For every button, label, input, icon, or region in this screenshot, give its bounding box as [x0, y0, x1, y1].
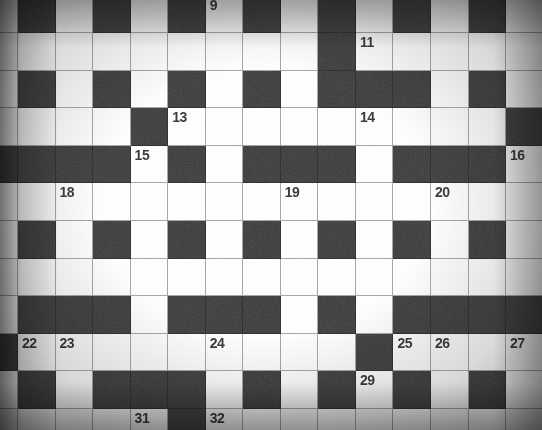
cell-r10c3 — [93, 371, 131, 409]
cell-r11c1[interactable] — [18, 409, 56, 430]
cell-r9c11[interactable]: 25 — [393, 334, 431, 372]
cell-r5c3[interactable] — [93, 183, 131, 221]
cell-r8c7 — [243, 296, 281, 334]
cell-r4c10[interactable] — [356, 146, 394, 184]
cell-r11c13[interactable] — [469, 409, 507, 430]
cell-r9c10 — [356, 334, 394, 372]
cell-r7c12[interactable] — [431, 259, 469, 297]
cell-r7c8[interactable] — [281, 259, 319, 297]
cell-r4c5 — [168, 146, 206, 184]
clue-number: 25 — [397, 336, 412, 351]
cell-r0c5 — [168, 0, 206, 33]
cell-r0c11 — [393, 0, 431, 33]
clue-number: 32 — [210, 411, 225, 426]
cell-r3c5[interactable]: 13 — [168, 108, 206, 146]
cell-r4c12 — [431, 146, 469, 184]
cell-r5c14[interactable] — [506, 183, 542, 221]
cell-r1c3[interactable] — [93, 33, 131, 71]
cell-r0c4[interactable] — [131, 0, 169, 33]
cell-r1c1[interactable] — [18, 33, 56, 71]
cell-r7c4[interactable] — [131, 259, 169, 297]
clue-number: 16 — [510, 148, 525, 163]
cell-r7c7[interactable] — [243, 259, 281, 297]
cell-r11c9[interactable] — [318, 409, 356, 430]
cell-r1c0[interactable] — [0, 33, 18, 71]
cell-r7c3[interactable] — [93, 259, 131, 297]
cell-r4c13 — [469, 146, 507, 184]
cell-r9c4[interactable] — [131, 334, 169, 372]
cell-r8c1 — [18, 296, 56, 334]
cell-r10c5 — [168, 371, 206, 409]
cell-r7c10[interactable] — [356, 259, 394, 297]
cell-r3c6[interactable] — [206, 108, 244, 146]
cell-r6c3 — [93, 221, 131, 259]
cell-r6c8[interactable] — [281, 221, 319, 259]
clue-number: 31 — [135, 411, 150, 426]
clue-number: 23 — [60, 336, 75, 351]
cell-r4c3 — [93, 146, 131, 184]
cell-r5c5[interactable] — [168, 183, 206, 221]
cell-r10c11 — [393, 371, 431, 409]
cell-r8c2 — [56, 296, 94, 334]
cell-r2c7 — [243, 71, 281, 109]
cell-r3c3[interactable] — [93, 108, 131, 146]
cell-r2c0[interactable] — [0, 71, 18, 109]
clue-number: 19 — [285, 185, 300, 200]
cell-r8c14 — [506, 296, 542, 334]
cell-r4c1 — [18, 146, 56, 184]
cell-r5c13[interactable] — [469, 183, 507, 221]
cell-r1c13[interactable] — [469, 33, 507, 71]
clue-number: 11 — [360, 35, 374, 50]
cell-r10c8[interactable] — [281, 371, 319, 409]
cell-r2c3 — [93, 71, 131, 109]
cell-r10c7 — [243, 371, 281, 409]
cell-r3c14 — [506, 108, 542, 146]
cell-r8c3 — [93, 296, 131, 334]
cell-r7c5[interactable] — [168, 259, 206, 297]
clue-number: 9 — [210, 0, 217, 13]
cell-r1c11[interactable] — [393, 33, 431, 71]
cell-r10c6[interactable] — [206, 371, 244, 409]
cell-r3c13[interactable] — [469, 108, 507, 146]
cell-r11c4[interactable]: 31 — [131, 409, 169, 430]
cell-r0c6[interactable]: 9 — [206, 0, 244, 33]
cell-r6c13 — [469, 221, 507, 259]
cell-r0c10[interactable] — [356, 0, 394, 33]
cell-r6c5 — [168, 221, 206, 259]
cell-r8c6 — [206, 296, 244, 334]
cell-r10c0[interactable] — [0, 371, 18, 409]
cell-r0c7 — [243, 0, 281, 33]
cell-r11c10[interactable] — [356, 409, 394, 430]
cell-r9c8[interactable] — [281, 334, 319, 372]
cell-r2c14[interactable] — [506, 71, 542, 109]
cell-r10c14[interactable] — [506, 371, 542, 409]
cell-r9c1[interactable]: 22 — [18, 334, 56, 372]
cell-r2c11 — [393, 71, 431, 109]
cell-r0c12[interactable] — [431, 0, 469, 33]
cell-r10c1 — [18, 371, 56, 409]
cell-r3c11[interactable] — [393, 108, 431, 146]
cell-r4c4[interactable]: 15 — [131, 146, 169, 184]
cell-r1c2[interactable] — [56, 33, 94, 71]
cell-r0c8[interactable] — [281, 0, 319, 33]
cell-r7c11[interactable] — [393, 259, 431, 297]
cell-r11c3[interactable] — [93, 409, 131, 430]
cell-r4c11 — [393, 146, 431, 184]
cell-r1c6[interactable] — [206, 33, 244, 71]
cell-r11c5 — [168, 409, 206, 430]
cell-r0c3 — [93, 0, 131, 33]
clue-number: 18 — [60, 185, 75, 200]
cell-r1c7[interactable] — [243, 33, 281, 71]
cell-r6c12[interactable] — [431, 221, 469, 259]
cell-r1c10[interactable]: 11 — [356, 33, 394, 71]
cell-r9c14[interactable]: 27 — [506, 334, 542, 372]
cell-r2c8[interactable] — [281, 71, 319, 109]
cell-r8c10[interactable] — [356, 296, 394, 334]
cell-r5c1[interactable] — [18, 183, 56, 221]
cell-r10c10[interactable]: 29 — [356, 371, 394, 409]
cell-r9c6[interactable]: 24 — [206, 334, 244, 372]
cell-r11c6[interactable]: 32 — [206, 409, 244, 430]
cell-r9c13[interactable] — [469, 334, 507, 372]
clue-number: 13 — [172, 110, 187, 125]
cell-r2c5 — [168, 71, 206, 109]
cell-r6c6[interactable] — [206, 221, 244, 259]
clue-number: 26 — [435, 336, 450, 351]
cell-r4c8 — [281, 146, 319, 184]
cell-r3c12[interactable] — [431, 108, 469, 146]
cell-r7c6[interactable] — [206, 259, 244, 297]
cell-r6c7 — [243, 221, 281, 259]
cell-r2c12[interactable] — [431, 71, 469, 109]
cell-r4c14[interactable]: 16 — [506, 146, 542, 184]
cell-r6c11 — [393, 221, 431, 259]
cell-r5c2[interactable]: 18 — [56, 183, 94, 221]
cell-r0c13 — [469, 0, 507, 33]
cell-r6c10[interactable] — [356, 221, 394, 259]
cell-r8c11 — [393, 296, 431, 334]
cell-r10c4 — [131, 371, 169, 409]
cell-r7c2[interactable] — [56, 259, 94, 297]
cell-r3c7[interactable] — [243, 108, 281, 146]
clue-number: 27 — [510, 336, 525, 351]
cell-r10c12[interactable] — [431, 371, 469, 409]
cell-r7c13[interactable] — [469, 259, 507, 297]
cell-r11c11[interactable] — [393, 409, 431, 430]
cell-r1c9 — [318, 33, 356, 71]
clue-number: 22 — [22, 336, 37, 351]
crossword-board: 91113141516181920222324252627293132 — [0, 0, 542, 430]
cell-r2c9 — [318, 71, 356, 109]
cell-r4c9 — [318, 146, 356, 184]
cell-r4c7 — [243, 146, 281, 184]
cell-r4c0 — [0, 146, 18, 184]
cell-r0c14[interactable] — [506, 0, 542, 33]
cell-r7c0[interactable] — [0, 259, 18, 297]
clue-number: 20 — [435, 185, 450, 200]
cell-r3c4 — [131, 108, 169, 146]
cell-r8c12 — [431, 296, 469, 334]
cell-r0c9 — [318, 0, 356, 33]
cell-r0c1 — [18, 0, 56, 33]
cell-r3c1[interactable] — [18, 108, 56, 146]
cell-r5c0[interactable] — [0, 183, 18, 221]
cell-r5c11[interactable] — [393, 183, 431, 221]
cell-r8c9 — [318, 296, 356, 334]
cell-r8c4[interactable] — [131, 296, 169, 334]
cell-r7c9[interactable] — [318, 259, 356, 297]
cell-r2c1 — [18, 71, 56, 109]
cell-r3c9[interactable] — [318, 108, 356, 146]
cell-r11c12[interactable] — [431, 409, 469, 430]
cell-r5c9[interactable] — [318, 183, 356, 221]
cell-r3c8[interactable] — [281, 108, 319, 146]
cell-r3c0[interactable] — [0, 108, 18, 146]
cell-r11c0[interactable] — [0, 409, 18, 430]
cell-r10c2[interactable] — [56, 371, 94, 409]
clue-number: 29 — [360, 373, 375, 388]
cell-r6c14[interactable] — [506, 221, 542, 259]
cell-r11c14[interactable] — [506, 409, 542, 430]
cell-r11c8[interactable] — [281, 409, 319, 430]
clue-number: 15 — [135, 148, 150, 163]
cell-r0c2[interactable] — [56, 0, 94, 33]
cell-r2c10 — [356, 71, 394, 109]
cell-r6c0[interactable] — [0, 221, 18, 259]
cell-r5c6[interactable] — [206, 183, 244, 221]
cell-r7c14[interactable] — [506, 259, 542, 297]
cell-r8c13 — [469, 296, 507, 334]
cell-r2c4[interactable] — [131, 71, 169, 109]
cell-r9c2[interactable]: 23 — [56, 334, 94, 372]
cell-r4c6[interactable] — [206, 146, 244, 184]
cell-r2c13 — [469, 71, 507, 109]
cell-r5c8[interactable]: 19 — [281, 183, 319, 221]
cell-r4c2 — [56, 146, 94, 184]
cell-r8c0[interactable] — [0, 296, 18, 334]
cell-r6c1 — [18, 221, 56, 259]
cell-r6c9 — [318, 221, 356, 259]
cell-r8c5 — [168, 296, 206, 334]
cell-r10c9 — [318, 371, 356, 409]
cell-r0c0[interactable] — [0, 0, 18, 33]
cell-r9c12[interactable]: 26 — [431, 334, 469, 372]
cell-r9c7[interactable] — [243, 334, 281, 372]
cell-r11c2[interactable] — [56, 409, 94, 430]
cell-r9c9[interactable] — [318, 334, 356, 372]
cell-r2c6[interactable] — [206, 71, 244, 109]
cell-r11c7[interactable] — [243, 409, 281, 430]
cell-r5c10[interactable] — [356, 183, 394, 221]
cell-r5c4[interactable] — [131, 183, 169, 221]
cell-r9c5[interactable] — [168, 334, 206, 372]
cell-r9c3[interactable] — [93, 334, 131, 372]
cell-r9c0 — [0, 334, 18, 372]
crossword-screenshot: 91113141516181920222324252627293132 — [0, 0, 542, 430]
cell-r1c4[interactable] — [131, 33, 169, 71]
cell-r6c2[interactable] — [56, 221, 94, 259]
cell-r7c1[interactable] — [18, 259, 56, 297]
clue-number: 14 — [360, 110, 375, 125]
cell-r8c8[interactable] — [281, 296, 319, 334]
cell-r1c12[interactable] — [431, 33, 469, 71]
cell-r1c14[interactable] — [506, 33, 542, 71]
cell-r1c8[interactable] — [281, 33, 319, 71]
clue-number: 24 — [210, 336, 225, 351]
cell-r6c4[interactable] — [131, 221, 169, 259]
cell-r2c2[interactable] — [56, 71, 94, 109]
cell-r5c12[interactable]: 20 — [431, 183, 469, 221]
cell-r3c10[interactable]: 14 — [356, 108, 394, 146]
cell-r10c13 — [469, 371, 507, 409]
cell-r1c5[interactable] — [168, 33, 206, 71]
cell-r3c2[interactable] — [56, 108, 94, 146]
cell-r5c7[interactable] — [243, 183, 281, 221]
